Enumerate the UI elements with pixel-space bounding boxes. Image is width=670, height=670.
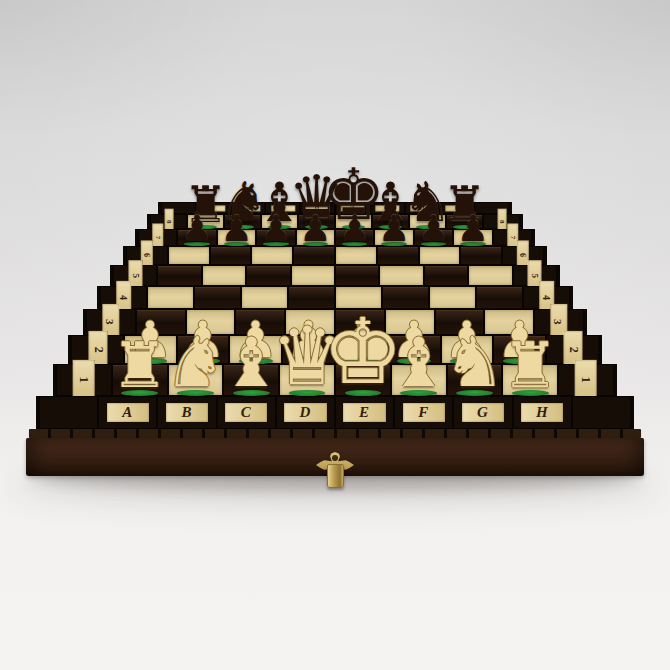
square-b7[interactable]: ♟ [217,229,256,246]
piece-black-pawn[interactable]: ♟ [417,211,449,247]
piece-black-pawn[interactable]: ♟ [378,211,410,247]
scene: ABCDEFGH8♜♞♝♛♚♝♞♜87♟♟♟♟♟♟♟♟7665544332♟♟♟… [0,0,670,670]
square-e7[interactable]: ♟ [335,229,374,246]
square-d7[interactable]: ♟ [296,229,335,246]
board-front-edge [29,429,641,438]
square-g4[interactable] [429,286,476,309]
clasp-hasp [327,464,344,488]
square-h7[interactable]: ♟ [453,229,492,246]
piece-white-bishop[interactable]: ♝ [388,329,449,397]
square-a4[interactable] [147,286,194,309]
file-label-h-plaque: H [521,403,563,423]
piece-black-pawn[interactable]: ♟ [339,211,371,247]
square-f5[interactable] [379,265,423,286]
square-g5[interactable] [424,265,468,286]
chess-set: ABCDEFGH8♜♞♝♛♚♝♞♜87♟♟♟♟♟♟♟♟7665544332♟♟♟… [26,202,644,476]
piece-black-pawn[interactable]: ♟ [260,211,292,247]
piece-black-pawn[interactable]: ♟ [220,211,252,247]
square-f7[interactable]: ♟ [374,229,413,246]
piece-white-rook[interactable]: ♜ [502,334,558,397]
piece-white-knight[interactable]: ♞ [165,328,227,397]
rank-label-right-1: 1 [558,364,614,396]
file-label-e-plaque: E [343,403,385,423]
square-f1[interactable]: ♝ [391,364,447,396]
frame-corner [39,396,98,429]
square-a1[interactable]: ♜ [112,364,168,396]
frame-corner [572,396,631,429]
file-label-d-plaque: D [284,403,326,423]
square-h4[interactable] [476,286,523,309]
file-label-c-plaque: C [225,403,267,423]
file-label-a-plaque: A [107,403,149,423]
file-label-g-plaque: G [462,403,504,423]
file-label-f-plaque: F [403,403,445,423]
chess-board: ABCDEFGH8♜♞♝♛♚♝♞♜87♟♟♟♟♟♟♟♟7665544332♟♟♟… [36,202,634,429]
square-h5[interactable] [468,265,512,286]
square-g1[interactable]: ♞ [447,364,503,396]
rank-label-left-1: 1 [56,364,112,396]
square-h1[interactable]: ♜ [502,364,558,396]
piece-black-pawn[interactable]: ♟ [457,211,489,247]
square-a7[interactable]: ♟ [177,229,216,246]
board-row-rank-1: 1♜♞♝♛♚♝♞♜1 [53,364,617,396]
piece-white-rook[interactable]: ♜ [111,334,167,397]
piece-white-knight[interactable]: ♞ [444,328,506,397]
piece-black-pawn[interactable]: ♟ [299,211,331,247]
rank-label-left-1-plaque: 1 [73,360,95,400]
square-c5[interactable] [246,265,290,286]
box-front [26,438,644,476]
square-b1[interactable]: ♞ [168,364,224,396]
board-row-rank-5: 55 [110,265,560,286]
piece-black-pawn[interactable]: ♟ [181,211,213,247]
square-b4[interactable] [194,286,241,309]
square-e1[interactable]: ♚ [335,364,391,396]
square-g7[interactable]: ♟ [414,229,453,246]
square-c4[interactable] [241,286,288,309]
rank-label-right-1-plaque: 1 [575,360,597,400]
square-a5[interactable] [157,265,201,286]
brass-clasp [316,452,354,488]
file-label-b-plaque: B [166,403,208,423]
square-b5[interactable] [202,265,246,286]
square-e5[interactable] [335,265,379,286]
square-d5[interactable] [291,265,335,286]
square-c7[interactable]: ♟ [256,229,295,246]
